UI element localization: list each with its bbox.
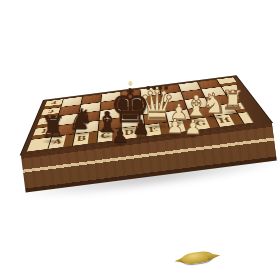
piece-shadow — [42, 139, 64, 144]
piece-dark-pawn-2: ♟ — [132, 117, 150, 137]
piece-dark-knight: ♞ — [68, 105, 94, 134]
piece-shadow — [186, 134, 200, 139]
pieces-layer: ♜♞♝♟♛♚♞♟♝♟♟♜♟ — [0, 0, 280, 280]
piece-shadow — [168, 133, 182, 138]
product-photo-scene: 4321ABCDEFGH ♜♞♝♟♛♚♞♟♝♟♟♜♟ — [0, 0, 280, 280]
king-finial — [128, 81, 132, 86]
piece-dark-rook: ♜ — [40, 112, 67, 142]
dark-rook-glyph: ♜ — [40, 112, 67, 142]
piece-shadow — [113, 142, 127, 147]
dark-knight-glyph: ♞ — [68, 105, 94, 134]
piece-light-pawn-2: ♟ — [166, 116, 184, 136]
piece-shadow — [134, 134, 148, 139]
piece-light-pawn-3: ♟ — [184, 117, 202, 137]
piece-dark-pawn-1: ♟ — [111, 125, 129, 145]
